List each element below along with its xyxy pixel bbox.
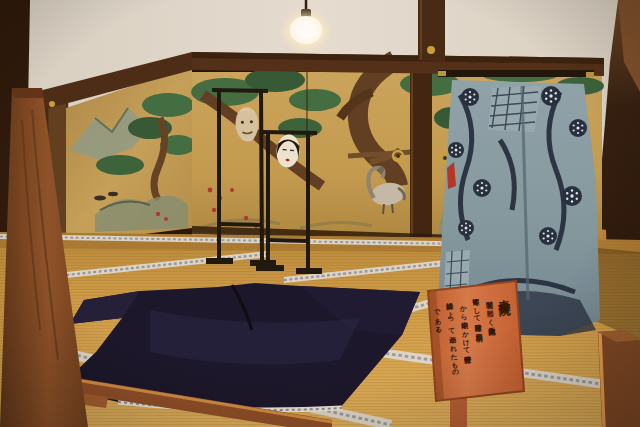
- photo-stage: 表書院 玄関と同じく天真院尼の 寄進にして障壁は江戸初期 から中期にかけて狩野派…: [0, 0, 640, 427]
- vignette-overlay: [0, 0, 640, 427]
- scene-svg: [0, 0, 640, 427]
